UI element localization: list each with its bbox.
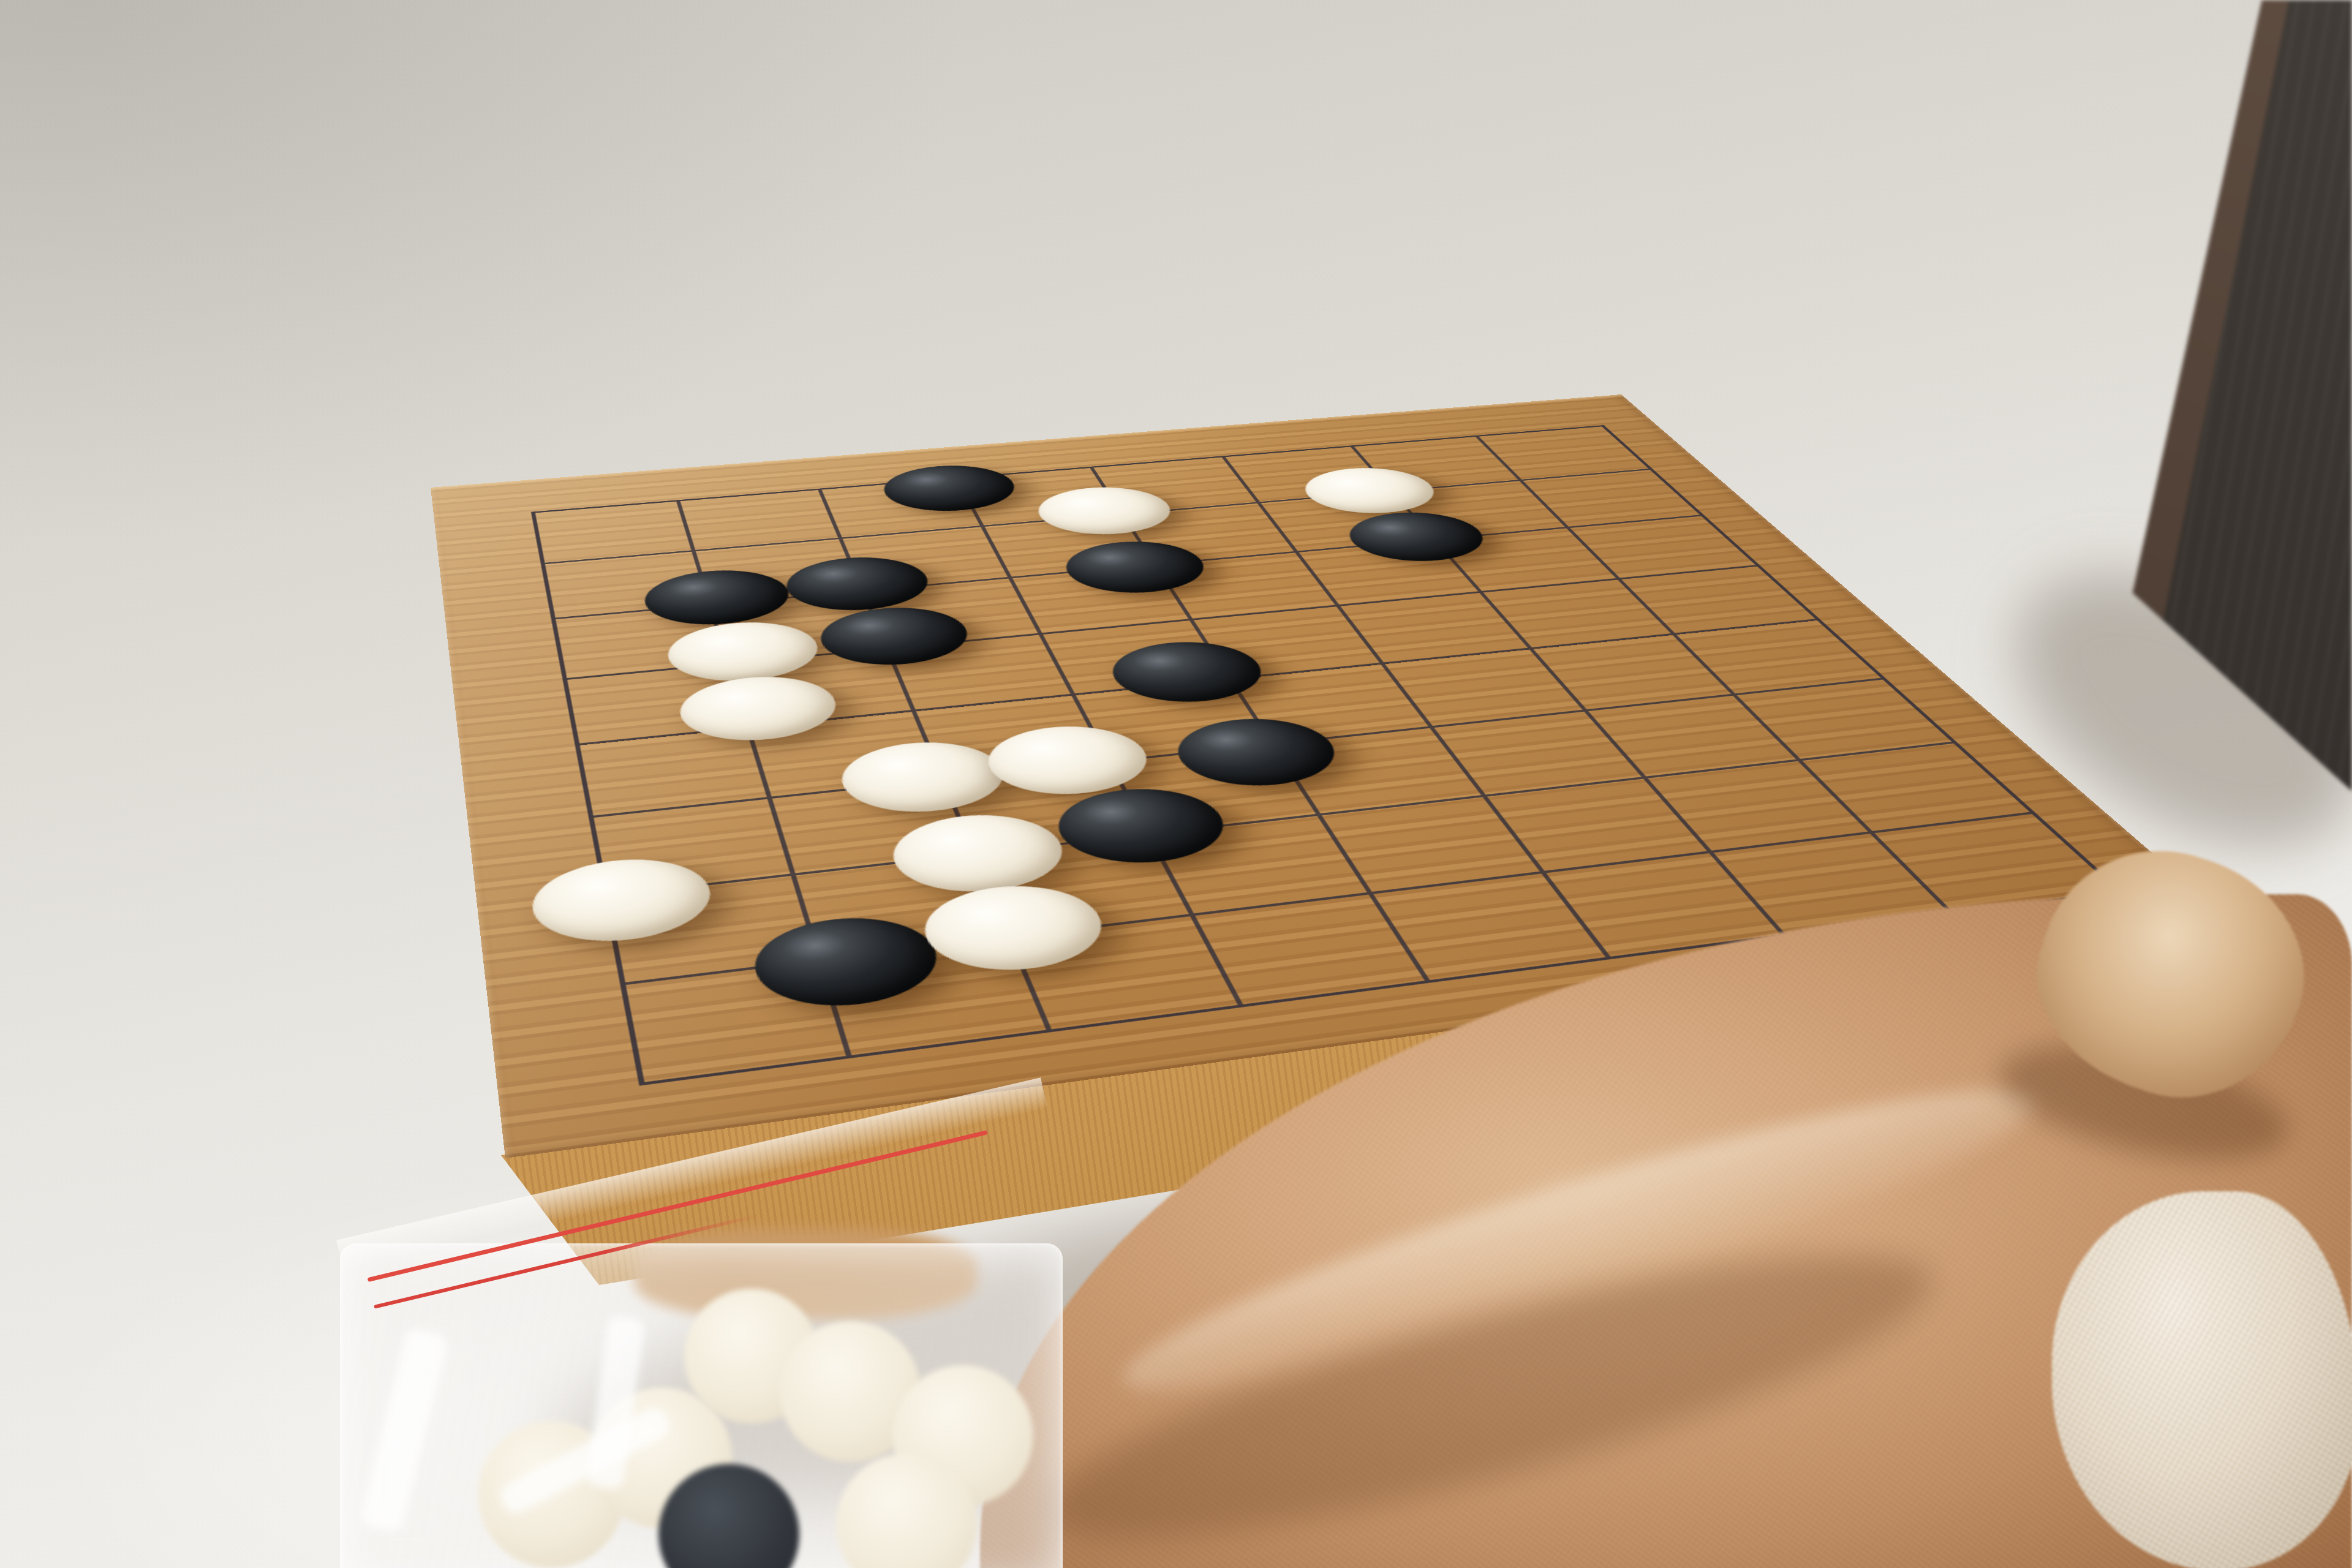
white-stone[interactable] [673, 671, 846, 747]
black-stone[interactable] [638, 565, 797, 630]
black-stone[interactable] [744, 909, 950, 1015]
white-stone[interactable] [527, 851, 719, 950]
black-stone[interactable] [1053, 537, 1218, 598]
black-stone[interactable] [810, 602, 978, 671]
stone-zip-bag[interactable] [340, 1243, 1063, 1568]
white-stone[interactable] [661, 616, 827, 687]
photo-canvas: { "game": { "name": "go", "board_size": … [0, 0, 2352, 1568]
black-stone[interactable] [875, 461, 1027, 516]
white-stone[interactable] [1027, 483, 1183, 539]
black-stone[interactable] [1098, 636, 1278, 709]
white-stone[interactable] [831, 735, 1016, 819]
black-stone[interactable] [1161, 712, 1353, 793]
black-stone[interactable] [1333, 508, 1500, 566]
white-stone[interactable] [1289, 464, 1449, 518]
stone-pouch[interactable] [956, 851, 2352, 1568]
black-stone[interactable] [777, 552, 938, 616]
